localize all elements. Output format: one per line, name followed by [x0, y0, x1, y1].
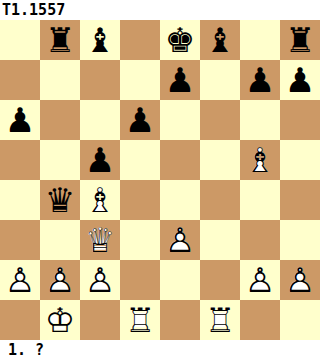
- square-d8[interactable]: [120, 20, 160, 60]
- white-queen: ♛♕: [80, 220, 120, 260]
- square-g7[interactable]: ♟: [240, 60, 280, 100]
- puzzle-title: T1.1557: [0, 0, 320, 20]
- square-b8[interactable]: ♜: [40, 20, 80, 60]
- square-b1[interactable]: ♚♔: [40, 300, 80, 340]
- square-f5[interactable]: [200, 140, 240, 180]
- square-a5[interactable]: [0, 140, 40, 180]
- white-pawn: ♟♙: [280, 260, 320, 300]
- black-pawn: ♟: [0, 100, 40, 140]
- square-g3[interactable]: [240, 220, 280, 260]
- square-d6[interactable]: ♟: [120, 100, 160, 140]
- square-c3[interactable]: ♛♕: [80, 220, 120, 260]
- square-c4[interactable]: ♝♗: [80, 180, 120, 220]
- square-d4[interactable]: [120, 180, 160, 220]
- white-pawn: ♟♙: [0, 260, 40, 300]
- square-e7[interactable]: ♟: [160, 60, 200, 100]
- square-e8[interactable]: ♚: [160, 20, 200, 60]
- chess-board: ♜♝♚♝♜♟♟♟♟♟♟♝♗♛♝♗♛♕♟♙♟♙♟♙♟♙♟♙♟♙♚♔♜♖♜♖: [0, 20, 320, 340]
- piece-outline: ♔: [40, 300, 80, 340]
- square-b6[interactable]: [40, 100, 80, 140]
- piece-outline: ♖: [120, 300, 160, 340]
- square-f4[interactable]: [200, 180, 240, 220]
- black-pawn: ♟: [120, 100, 160, 140]
- black-pawn: ♟: [80, 140, 120, 180]
- square-h1[interactable]: [280, 300, 320, 340]
- piece-outline: ♙: [280, 260, 320, 300]
- white-bishop: ♝♗: [80, 180, 120, 220]
- piece-outline: ♙: [160, 220, 200, 260]
- piece-glyph: ♟: [160, 60, 200, 100]
- square-e1[interactable]: [160, 300, 200, 340]
- square-c6[interactable]: [80, 100, 120, 140]
- square-h5[interactable]: [280, 140, 320, 180]
- square-e3[interactable]: ♟♙: [160, 220, 200, 260]
- square-g5[interactable]: ♝♗: [240, 140, 280, 180]
- square-g6[interactable]: [240, 100, 280, 140]
- square-f1[interactable]: ♜♖: [200, 300, 240, 340]
- square-b3[interactable]: [40, 220, 80, 260]
- square-h4[interactable]: [280, 180, 320, 220]
- black-rook: ♜: [40, 20, 80, 60]
- square-f8[interactable]: ♝: [200, 20, 240, 60]
- square-d7[interactable]: [120, 60, 160, 100]
- square-b5[interactable]: [40, 140, 80, 180]
- white-bishop: ♝♗: [240, 140, 280, 180]
- square-d5[interactable]: [120, 140, 160, 180]
- piece-glyph: ♚: [160, 20, 200, 60]
- black-bishop: ♝: [80, 20, 120, 60]
- black-king: ♚: [160, 20, 200, 60]
- piece-glyph: ♛: [40, 180, 80, 220]
- square-c5[interactable]: ♟: [80, 140, 120, 180]
- black-pawn: ♟: [160, 60, 200, 100]
- square-e5[interactable]: [160, 140, 200, 180]
- square-h2[interactable]: ♟♙: [280, 260, 320, 300]
- square-f2[interactable]: [200, 260, 240, 300]
- black-rook: ♜: [280, 20, 320, 60]
- square-d3[interactable]: [120, 220, 160, 260]
- square-f7[interactable]: [200, 60, 240, 100]
- square-f3[interactable]: [200, 220, 240, 260]
- square-h3[interactable]: [280, 220, 320, 260]
- black-bishop: ♝: [200, 20, 240, 60]
- square-c2[interactable]: ♟♙: [80, 260, 120, 300]
- square-f6[interactable]: [200, 100, 240, 140]
- piece-outline: ♕: [80, 220, 120, 260]
- square-b2[interactable]: ♟♙: [40, 260, 80, 300]
- square-c7[interactable]: [80, 60, 120, 100]
- black-pawn: ♟: [240, 60, 280, 100]
- square-c1[interactable]: [80, 300, 120, 340]
- square-e2[interactable]: [160, 260, 200, 300]
- square-g4[interactable]: [240, 180, 280, 220]
- piece-outline: ♗: [240, 140, 280, 180]
- square-h8[interactable]: ♜: [280, 20, 320, 60]
- square-a1[interactable]: [0, 300, 40, 340]
- white-rook: ♜♖: [200, 300, 240, 340]
- white-rook: ♜♖: [120, 300, 160, 340]
- piece-outline: ♙: [240, 260, 280, 300]
- square-a6[interactable]: ♟: [0, 100, 40, 140]
- piece-glyph: ♟: [240, 60, 280, 100]
- square-a7[interactable]: [0, 60, 40, 100]
- square-a2[interactable]: ♟♙: [0, 260, 40, 300]
- square-d1[interactable]: ♜♖: [120, 300, 160, 340]
- piece-glyph: ♟: [280, 60, 320, 100]
- square-h6[interactable]: [280, 100, 320, 140]
- square-b4[interactable]: ♛: [40, 180, 80, 220]
- square-d2[interactable]: [120, 260, 160, 300]
- piece-glyph: ♟: [120, 100, 160, 140]
- move-prompt: 1. ?: [0, 340, 320, 360]
- piece-glyph: ♟: [0, 100, 40, 140]
- square-g1[interactable]: [240, 300, 280, 340]
- piece-outline: ♙: [40, 260, 80, 300]
- white-pawn: ♟♙: [240, 260, 280, 300]
- piece-glyph: ♝: [200, 20, 240, 60]
- white-king: ♚♔: [40, 300, 80, 340]
- square-a4[interactable]: [0, 180, 40, 220]
- white-pawn: ♟♙: [80, 260, 120, 300]
- piece-glyph: ♜: [280, 20, 320, 60]
- black-pawn: ♟: [280, 60, 320, 100]
- square-g2[interactable]: ♟♙: [240, 260, 280, 300]
- piece-glyph: ♝: [80, 20, 120, 60]
- square-h7[interactable]: ♟: [280, 60, 320, 100]
- square-e4[interactable]: [160, 180, 200, 220]
- square-c8[interactable]: ♝: [80, 20, 120, 60]
- piece-outline: ♗: [80, 180, 120, 220]
- square-g8[interactable]: [240, 20, 280, 60]
- white-pawn: ♟♙: [160, 220, 200, 260]
- piece-glyph: ♜: [40, 20, 80, 60]
- square-a3[interactable]: [0, 220, 40, 260]
- chess-puzzle-window: T1.1557 ♜♝♚♝♜♟♟♟♟♟♟♝♗♛♝♗♛♕♟♙♟♙♟♙♟♙♟♙♟♙♚♔…: [0, 0, 320, 360]
- piece-glyph: ♟: [80, 140, 120, 180]
- piece-outline: ♙: [0, 260, 40, 300]
- piece-outline: ♙: [80, 260, 120, 300]
- square-b7[interactable]: [40, 60, 80, 100]
- piece-outline: ♖: [200, 300, 240, 340]
- square-a8[interactable]: [0, 20, 40, 60]
- square-e6[interactable]: [160, 100, 200, 140]
- white-pawn: ♟♙: [40, 260, 80, 300]
- black-queen: ♛: [40, 180, 80, 220]
